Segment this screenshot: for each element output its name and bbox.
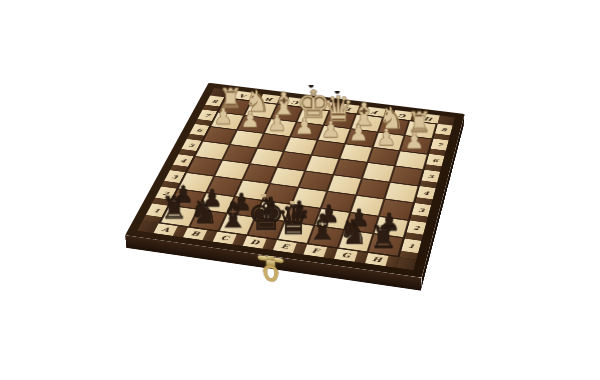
- piece-white-pawn[interactable]: ♟: [372, 126, 401, 148]
- piece-black-knight[interactable]: ♞: [337, 216, 369, 249]
- coordinate-label: 5: [188, 142, 195, 147]
- piece-black-bishop[interactable]: ♝: [217, 197, 249, 232]
- coordinate-label: 6: [196, 127, 203, 132]
- coordinate-label: 5: [427, 174, 434, 179]
- coordinate-label: 2: [413, 225, 420, 231]
- clasp-hanging-ring: [263, 264, 278, 282]
- coordinate-label: B: [190, 230, 200, 237]
- coordinate-label: H: [371, 256, 382, 263]
- coordinate-label: C: [220, 235, 230, 242]
- coordinate-label: 8: [441, 127, 447, 132]
- coordinate-label: 3: [171, 174, 179, 179]
- piece-white-pawn[interactable]: ♟: [290, 115, 319, 137]
- piece-white-pawn[interactable]: ♟: [263, 112, 292, 134]
- scene: ABCDEFGH ABCDEFGH 87654321 87654321 ♜♞♝♚…: [0, 0, 600, 380]
- piece-white-pawn[interactable]: ♟: [317, 119, 346, 141]
- square-b5[interactable]: [222, 145, 257, 164]
- piece-black-rook[interactable]: ♜: [367, 222, 399, 253]
- frame-spacer: [232, 234, 247, 246]
- chess-board: ABCDEFGH ABCDEFGH 87654321 87654321 ♜♞♝♚…: [125, 83, 465, 278]
- piece-black-rook[interactable]: ♜: [159, 194, 191, 225]
- coordinate-label: E: [280, 243, 289, 250]
- coordinate-label: 3: [418, 207, 425, 213]
- frame-spacer: [262, 239, 277, 251]
- square-h7[interactable]: ♟: [400, 135, 432, 154]
- square-f5[interactable]: [333, 159, 367, 179]
- square-a4[interactable]: [186, 156, 222, 176]
- frame-spacer: [202, 230, 217, 242]
- coordinate-label: D: [249, 239, 260, 246]
- piece-black-knight[interactable]: ♞: [188, 196, 220, 229]
- frame-spacer: [429, 149, 446, 156]
- product-photo-stage: ABCDEFGH ABCDEFGH 87654321 87654321 ♜♞♝♚…: [0, 0, 600, 380]
- coordinate-label: H: [425, 116, 434, 121]
- coordinate-label: A: [161, 226, 171, 233]
- piece-white-pawn[interactable]: ♟: [209, 105, 238, 127]
- frame-spacer: [399, 251, 418, 260]
- piece-white-pawn[interactable]: ♟: [399, 129, 428, 152]
- coordinate-label: F: [311, 247, 320, 254]
- coordinate-label: 4: [180, 158, 188, 163]
- coordinate-label: D: [318, 103, 327, 108]
- piece-black-queen[interactable]: ♛: [276, 201, 308, 241]
- square-g4[interactable]: [356, 178, 390, 198]
- piece-white-pawn[interactable]: ♟: [236, 109, 265, 131]
- coordinate-label: 1: [408, 243, 415, 249]
- coordinate-label: G: [341, 252, 351, 259]
- frame-cell-3: 3: [412, 203, 432, 217]
- coordinate-label: 4: [423, 190, 430, 195]
- square-c4[interactable]: [242, 164, 277, 184]
- piece-black-king[interactable]: ♚: [247, 194, 279, 237]
- coordinate-label: 6: [432, 158, 439, 163]
- square-h6[interactable]: [395, 150, 428, 169]
- coordinate-label: G: [398, 113, 407, 118]
- square-a6[interactable]: [203, 126, 237, 144]
- frame-corner-bottom-right: [396, 257, 416, 270]
- piece-white-pawn[interactable]: ♟: [344, 122, 373, 144]
- square-h1[interactable]: ♜: [368, 234, 404, 257]
- piece-black-bishop[interactable]: ♝: [306, 210, 338, 245]
- coordinate-label: 7: [436, 142, 443, 147]
- square-e5[interactable]: [305, 155, 339, 174]
